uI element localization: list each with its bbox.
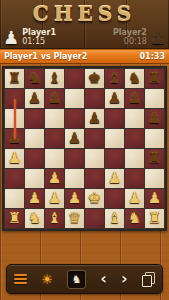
square-e4[interactable]	[85, 149, 104, 168]
board-area: ♜♞♝♚♝♞♜♟♟♟♟♟♟♟♟♟♜♟♟♟♟♟♚♟♟♜♞♝♛♝♞♜	[2, 66, 167, 231]
square-h2[interactable]: ♟	[145, 189, 164, 208]
square-f4[interactable]	[105, 149, 124, 168]
square-h8[interactable]: ♜	[145, 69, 164, 88]
status-bar: Player1 vs Player2 01:33	[0, 49, 169, 64]
square-a3[interactable]	[5, 169, 24, 188]
piece-white-pawn[interactable]: ♟	[108, 171, 121, 186]
square-h7[interactable]	[145, 89, 164, 108]
toolbar: ☀ ♞ ‹ ›	[6, 264, 163, 294]
piece-black-pawn[interactable]: ♟	[88, 111, 101, 126]
square-f6[interactable]	[105, 109, 124, 128]
player-black: Player2 00:18 ♟	[113, 28, 166, 47]
piece-black-knight[interactable]: ♞	[28, 71, 41, 86]
piece-white-bishop[interactable]: ♝	[108, 211, 121, 226]
chess-app: CHESS ♟ Player1 01:15 Player2 00:18 ♟ Pl…	[0, 0, 169, 300]
player-white-clock: 01:15	[22, 37, 56, 46]
player-white-name: Player1	[22, 28, 56, 37]
piece-set-icon[interactable]: ♞	[67, 270, 86, 289]
piece-white-rook[interactable]: ♜	[148, 211, 161, 226]
piece-white-pawn[interactable]: ♟	[148, 191, 161, 206]
chess-board: ♜♞♝♚♝♞♜♟♟♟♟♟♟♟♟♟♜♟♟♟♟♟♚♟♟♜♞♝♛♝♞♜	[2, 66, 167, 231]
square-g1[interactable]: ♞	[125, 209, 144, 228]
piece-white-pawn[interactable]: ♟	[48, 171, 61, 186]
piece-white-knight[interactable]: ♞	[128, 211, 141, 226]
square-b1[interactable]: ♞	[25, 209, 44, 228]
next-move-icon[interactable]: ›	[121, 271, 128, 287]
square-d2[interactable]: ♟	[65, 189, 84, 208]
matchup-label: Player1 vs Player2	[4, 52, 87, 61]
piece-black-pawn[interactable]: ♟	[8, 131, 21, 146]
square-d1[interactable]: ♛	[65, 209, 84, 228]
square-e6[interactable]: ♟	[85, 109, 104, 128]
square-a5[interactable]: ♟	[5, 129, 24, 148]
square-c4[interactable]	[45, 149, 64, 168]
players-row: ♟ Player1 01:15 Player2 00:18 ♟	[0, 28, 169, 47]
piece-white-king[interactable]: ♚	[88, 191, 101, 206]
square-f8[interactable]: ♝	[105, 69, 124, 88]
piece-black-rook[interactable]: ♜	[8, 71, 21, 86]
square-g4[interactable]	[125, 149, 144, 168]
square-b3[interactable]	[25, 169, 44, 188]
square-b4[interactable]	[25, 149, 44, 168]
square-e3[interactable]	[85, 169, 104, 188]
square-f1[interactable]: ♝	[105, 209, 124, 228]
square-g2[interactable]: ♟	[125, 189, 144, 208]
piece-black-bishop[interactable]: ♝	[108, 71, 121, 86]
piece-black-bishop[interactable]: ♝	[48, 71, 61, 86]
square-e1[interactable]	[85, 209, 104, 228]
piece-black-pawn[interactable]: ♟	[108, 91, 121, 106]
square-d3[interactable]	[65, 169, 84, 188]
white-pawn-icon: ♟	[3, 29, 19, 47]
square-e5[interactable]	[85, 129, 104, 148]
square-d5[interactable]: ♟	[65, 129, 84, 148]
square-c7[interactable]: ♟	[45, 89, 64, 108]
piece-black-pawn[interactable]: ♟	[28, 91, 41, 106]
square-g7[interactable]: ♟	[125, 89, 144, 108]
piece-white-pawn[interactable]: ♟	[28, 191, 41, 206]
square-b8[interactable]: ♞	[25, 69, 44, 88]
piece-black-rook[interactable]: ♜	[148, 151, 161, 166]
square-b6[interactable]	[25, 109, 44, 128]
square-b5[interactable]	[25, 129, 44, 148]
piece-black-pawn[interactable]: ♟	[68, 131, 81, 146]
piece-white-knight[interactable]: ♞	[28, 211, 41, 226]
square-h3[interactable]	[145, 169, 164, 188]
square-a4[interactable]: ♟	[5, 149, 24, 168]
square-c8[interactable]: ♝	[45, 69, 64, 88]
square-e8[interactable]: ♚	[85, 69, 104, 88]
square-e7[interactable]	[85, 89, 104, 108]
piece-black-king[interactable]: ♚	[88, 71, 101, 86]
piece-black-pawn[interactable]: ♟	[128, 91, 141, 106]
player-black-info: Player2 00:18	[113, 28, 147, 47]
piece-black-knight[interactable]: ♞	[128, 71, 141, 86]
piece-black-pawn[interactable]: ♟	[148, 111, 161, 126]
square-b2[interactable]: ♟	[25, 189, 44, 208]
player-black-name: Player2	[113, 28, 147, 37]
piece-white-pawn[interactable]: ♟	[68, 191, 81, 206]
square-a6[interactable]	[5, 109, 24, 128]
square-a8[interactable]: ♜	[5, 69, 24, 88]
square-f5[interactable]	[105, 129, 124, 148]
square-d6[interactable]	[65, 109, 84, 128]
menu-icon[interactable]	[14, 274, 27, 284]
square-d4[interactable]	[65, 149, 84, 168]
player-black-clock: 00:18	[113, 37, 147, 46]
square-c6[interactable]	[45, 109, 64, 128]
copy-front-sheet	[142, 275, 152, 287]
square-h1[interactable]: ♜	[145, 209, 164, 228]
square-b7[interactable]: ♟	[25, 89, 44, 108]
piece-black-rook[interactable]: ♜	[148, 71, 161, 86]
game-timer: 01:33	[140, 52, 165, 61]
app-title: CHESS	[0, 0, 169, 26]
square-f7[interactable]: ♟	[105, 89, 124, 108]
square-c5[interactable]	[45, 129, 64, 148]
hint-sun-icon[interactable]: ☀	[41, 272, 53, 287]
piece-white-bishop[interactable]: ♝	[48, 211, 61, 226]
piece-white-pawn[interactable]: ♟	[128, 191, 141, 206]
square-h6[interactable]: ♟	[145, 109, 164, 128]
square-c1[interactable]: ♝	[45, 209, 64, 228]
app-header: CHESS ♟ Player1 01:15 Player2 00:18 ♟	[0, 0, 169, 49]
player-white-info: Player1 01:15	[22, 28, 56, 47]
black-pawn-icon: ♟	[150, 29, 166, 47]
square-a1[interactable]: ♜	[5, 209, 24, 228]
piece-white-queen[interactable]: ♛	[68, 211, 81, 226]
piece-white-pawn[interactable]: ♟	[8, 151, 21, 166]
square-d7[interactable]	[65, 89, 84, 108]
square-e2[interactable]: ♚	[85, 189, 104, 208]
piece-white-rook[interactable]: ♜	[8, 211, 21, 226]
square-c3[interactable]: ♟	[45, 169, 64, 188]
square-a7[interactable]	[5, 89, 24, 108]
knight-glyph-icon: ♞	[72, 274, 82, 285]
square-g5[interactable]	[125, 129, 144, 148]
square-d8[interactable]	[65, 69, 84, 88]
square-h5[interactable]	[145, 129, 164, 148]
square-f3[interactable]: ♟	[105, 169, 124, 188]
square-g3[interactable]	[125, 169, 144, 188]
piece-black-pawn[interactable]: ♟	[48, 91, 61, 106]
player-white: ♟ Player1 01:15	[3, 28, 56, 47]
move-list-icon[interactable]	[142, 272, 155, 287]
piece-white-pawn[interactable]: ♟	[48, 191, 61, 206]
square-g8[interactable]: ♞	[125, 69, 144, 88]
square-c2[interactable]: ♟	[45, 189, 64, 208]
square-f2[interactable]	[105, 189, 124, 208]
square-h4[interactable]: ♜	[145, 149, 164, 168]
square-a2[interactable]	[5, 189, 24, 208]
square-g6[interactable]	[125, 109, 144, 128]
previous-move-icon[interactable]: ‹	[100, 271, 107, 287]
